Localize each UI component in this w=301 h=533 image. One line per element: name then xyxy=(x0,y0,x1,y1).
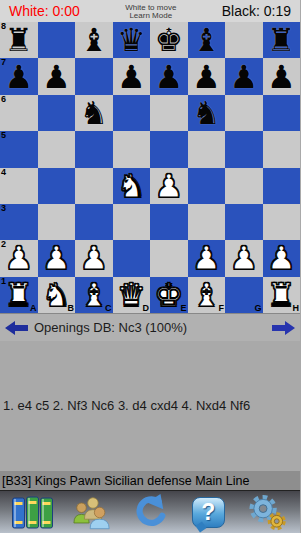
square-c7[interactable] xyxy=(75,58,113,94)
file-label-e: E xyxy=(180,304,186,313)
square-f6[interactable]: ♞ xyxy=(188,95,226,131)
square-d4[interactable]: ♞ xyxy=(113,168,151,204)
settings-button[interactable] xyxy=(244,492,290,532)
file-label-a: A xyxy=(30,304,37,313)
settings-gears-icon xyxy=(246,494,288,531)
piece-white-rook: ♜ xyxy=(4,277,33,313)
piece-black-pawn: ♟ xyxy=(229,59,258,95)
square-g2[interactable]: ♟ xyxy=(225,240,263,276)
square-c2[interactable]: ♟ xyxy=(75,240,113,276)
mode-indicator: Learn Mode xyxy=(125,12,176,20)
move-list-text: 1. e4 c5 2. Nf3 Nc6 3. d4 cxd4 4. Nxd4 N… xyxy=(3,398,297,413)
square-g6[interactable] xyxy=(225,95,263,131)
players-button[interactable] xyxy=(69,492,115,532)
help-icon: ? xyxy=(192,497,225,528)
square-c8[interactable]: ♝ xyxy=(75,22,113,58)
square-h7[interactable]: ♟ xyxy=(263,58,301,94)
chess-board: 8♜♝♛♚♝♜7♟♟♟♟♟♟♟6♞♞54♞♟32♟♟♟♟♟♟1A♜B♞C♝D♛E… xyxy=(0,22,300,313)
square-b7[interactable]: ♟ xyxy=(38,58,76,94)
square-d6[interactable] xyxy=(113,95,151,131)
file-label-g: G xyxy=(254,304,261,313)
square-b1[interactable]: B♞ xyxy=(38,277,76,313)
square-f5[interactable] xyxy=(188,131,226,167)
file-label-d: D xyxy=(143,304,150,313)
square-g5[interactable] xyxy=(225,131,263,167)
square-g7[interactable]: ♟ xyxy=(225,58,263,94)
square-f4[interactable] xyxy=(188,168,226,204)
square-h2[interactable]: ♟ xyxy=(263,240,301,276)
rank-label-2: 2 xyxy=(1,240,6,249)
square-a1[interactable]: 1A♜ xyxy=(0,277,38,313)
square-f8[interactable]: ♝ xyxy=(188,22,226,58)
square-e4[interactable]: ♟ xyxy=(150,168,188,204)
square-e6[interactable] xyxy=(150,95,188,131)
square-a8[interactable]: 8♜ xyxy=(0,22,38,58)
square-h6[interactable] xyxy=(263,95,301,131)
square-f1[interactable]: F♝ xyxy=(188,277,226,313)
square-f3[interactable] xyxy=(188,204,226,240)
piece-black-pawn: ♟ xyxy=(267,59,296,95)
rank-label-4: 4 xyxy=(1,168,6,177)
help-button[interactable]: ? xyxy=(185,492,231,532)
piece-white-bishop: ♝ xyxy=(192,277,221,313)
bottom-toolbar: ? xyxy=(0,490,300,533)
square-d8[interactable]: ♛ xyxy=(113,22,151,58)
square-d7[interactable]: ♟ xyxy=(113,58,151,94)
square-a4[interactable]: 4 xyxy=(0,168,38,204)
piece-black-pawn: ♟ xyxy=(192,59,221,95)
square-b2[interactable]: ♟ xyxy=(38,240,76,276)
square-c6[interactable]: ♞ xyxy=(75,95,113,131)
piece-black-king: ♚ xyxy=(154,22,183,58)
square-g3[interactable] xyxy=(225,204,263,240)
square-b8[interactable] xyxy=(38,22,76,58)
square-g8[interactable] xyxy=(225,22,263,58)
white-clock: White: 0:00 xyxy=(9,3,80,19)
piece-white-king: ♚ xyxy=(154,277,183,313)
file-label-h: H xyxy=(293,304,300,313)
rank-label-8: 8 xyxy=(1,22,6,31)
next-move-arrow-icon[interactable] xyxy=(271,320,296,336)
piece-black-pawn: ♟ xyxy=(154,59,183,95)
piece-black-knight: ♞ xyxy=(79,95,108,131)
square-c5[interactable] xyxy=(75,131,113,167)
square-c4[interactable] xyxy=(75,168,113,204)
rank-label-1: 1 xyxy=(1,277,6,286)
square-c3[interactable] xyxy=(75,204,113,240)
openings-library-button[interactable] xyxy=(10,492,56,532)
piece-white-pawn: ♟ xyxy=(79,240,108,276)
square-h4[interactable] xyxy=(263,168,301,204)
piece-black-pawn: ♟ xyxy=(117,59,146,95)
square-f2[interactable]: ♟ xyxy=(188,240,226,276)
piece-white-pawn: ♟ xyxy=(154,168,183,204)
piece-white-pawn: ♟ xyxy=(192,240,221,276)
square-h1[interactable]: H♜ xyxy=(263,277,301,313)
square-a7[interactable]: 7♟ xyxy=(0,58,38,94)
library-books-icon xyxy=(11,495,55,530)
piece-black-pawn: ♟ xyxy=(4,59,33,95)
square-b6[interactable] xyxy=(38,95,76,131)
prev-move-arrow-icon[interactable] xyxy=(4,320,29,336)
square-g4[interactable] xyxy=(225,168,263,204)
square-d2[interactable] xyxy=(113,240,151,276)
opening-name-bar: [B33] Kings Pawn Sicilian defense Main L… xyxy=(0,471,300,490)
piece-white-queen: ♛ xyxy=(117,277,146,313)
square-c1[interactable]: C♝ xyxy=(75,277,113,313)
piece-white-rook: ♜ xyxy=(267,277,296,313)
square-h5[interactable] xyxy=(263,131,301,167)
square-e3[interactable] xyxy=(150,204,188,240)
square-e7[interactable]: ♟ xyxy=(150,58,188,94)
undo-button[interactable] xyxy=(127,492,173,532)
rank-label-6: 6 xyxy=(1,95,6,104)
square-b5[interactable] xyxy=(38,131,76,167)
piece-white-pawn: ♟ xyxy=(229,240,258,276)
piece-black-rook: ♜ xyxy=(4,22,33,58)
square-b3[interactable] xyxy=(38,204,76,240)
square-b4[interactable] xyxy=(38,168,76,204)
square-h3[interactable] xyxy=(263,204,301,240)
square-a6[interactable]: 6 xyxy=(0,95,38,131)
file-label-c: C xyxy=(105,304,112,313)
square-e1[interactable]: E♚ xyxy=(150,277,188,313)
rank-label-5: 5 xyxy=(1,131,6,140)
piece-black-knight: ♞ xyxy=(192,95,221,131)
square-a2[interactable]: 2♟ xyxy=(0,240,38,276)
square-d5[interactable] xyxy=(113,131,151,167)
piece-black-rook: ♜ xyxy=(267,22,296,58)
piece-white-pawn: ♟ xyxy=(267,240,296,276)
piece-black-bishop: ♝ xyxy=(79,22,108,58)
opening-name-text: [B33] Kings Pawn Sicilian defense Main L… xyxy=(2,474,249,488)
chess-app: White: 0:00 White to move Learn Mode Bla… xyxy=(0,0,300,533)
square-e8[interactable]: ♚ xyxy=(150,22,188,58)
undo-icon xyxy=(131,494,169,530)
piece-black-pawn: ♟ xyxy=(42,59,71,95)
turn-status: White to move Learn Mode xyxy=(125,3,176,20)
square-d1[interactable]: D♛ xyxy=(113,277,151,313)
clock-bar: White: 0:00 White to move Learn Mode Bla… xyxy=(0,0,300,22)
square-a3[interactable]: 3 xyxy=(0,204,38,240)
piece-white-knight: ♞ xyxy=(42,277,71,313)
black-clock: Black: 0:19 xyxy=(222,3,291,19)
square-d3[interactable] xyxy=(113,204,151,240)
file-label-b: B xyxy=(68,304,75,313)
openings-db-bar: Openings DB: Nc3 (100%) xyxy=(0,313,300,341)
piece-white-bishop: ♝ xyxy=(79,277,108,313)
piece-white-pawn: ♟ xyxy=(42,240,71,276)
square-h8[interactable]: ♜ xyxy=(263,22,301,58)
square-e5[interactable] xyxy=(150,131,188,167)
square-g1[interactable]: G xyxy=(225,277,263,313)
players-icon xyxy=(72,495,112,530)
rank-label-3: 3 xyxy=(1,204,6,213)
square-f7[interactable]: ♟ xyxy=(188,58,226,94)
piece-white-pawn: ♟ xyxy=(4,240,33,276)
file-label-f: F xyxy=(219,304,225,313)
rank-label-7: 7 xyxy=(1,58,6,67)
openings-db-text: Openings DB: Nc3 (100%) xyxy=(34,320,187,335)
move-list-area[interactable]: 1. e4 c5 2. Nf3 Nc6 3. d4 cxd4 4. Nxd4 N… xyxy=(0,341,300,471)
square-e2[interactable] xyxy=(150,240,188,276)
square-a5[interactable]: 5 xyxy=(0,131,38,167)
piece-white-knight: ♞ xyxy=(117,168,146,204)
piece-black-queen: ♛ xyxy=(117,22,146,58)
piece-black-bishop: ♝ xyxy=(192,22,221,58)
